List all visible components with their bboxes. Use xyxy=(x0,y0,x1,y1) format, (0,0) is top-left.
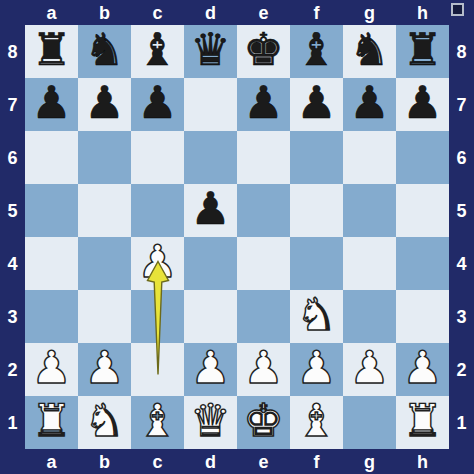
square-b1[interactable]: ♞ xyxy=(78,396,131,449)
file-label-h: h xyxy=(396,449,449,474)
white-pawn-f2: ♟ xyxy=(296,341,336,394)
square-f8[interactable]: ♝ xyxy=(290,25,343,78)
square-g8[interactable]: ♞ xyxy=(343,25,396,78)
square-f5[interactable] xyxy=(290,184,343,237)
square-h8[interactable]: ♜ xyxy=(396,25,449,78)
file-label-h: h xyxy=(396,0,449,25)
square-a3[interactable] xyxy=(25,290,78,343)
rank-label-8: 8 xyxy=(449,25,474,78)
file-labels-top: abcdefgh xyxy=(25,0,449,25)
square-a7[interactable]: ♟ xyxy=(25,78,78,131)
black-pawn-g7: ♟ xyxy=(349,76,389,129)
square-h4[interactable] xyxy=(396,237,449,290)
rank-label-3: 3 xyxy=(0,290,25,343)
file-label-b: b xyxy=(78,449,131,474)
white-queen-d1: ♛ xyxy=(190,394,230,447)
black-rook-h8: ♜ xyxy=(402,23,442,76)
square-h2[interactable]: ♟ xyxy=(396,343,449,396)
square-f1[interactable]: ♝ xyxy=(290,396,343,449)
square-g1[interactable] xyxy=(343,396,396,449)
white-rook-a1: ♜ xyxy=(31,394,71,447)
black-bishop-c8: ♝ xyxy=(137,23,177,76)
white-pawn-b2: ♟ xyxy=(84,341,124,394)
black-king-e8: ♚ xyxy=(243,23,283,76)
file-label-g: g xyxy=(343,449,396,474)
square-a6[interactable] xyxy=(25,131,78,184)
black-queen-d8: ♛ xyxy=(190,23,230,76)
square-b6[interactable] xyxy=(78,131,131,184)
file-label-b: b xyxy=(78,0,131,25)
white-knight-b1: ♞ xyxy=(84,394,124,447)
rank-label-2: 2 xyxy=(449,343,474,396)
white-bishop-c1: ♝ xyxy=(137,394,177,447)
square-f6[interactable] xyxy=(290,131,343,184)
file-label-g: g xyxy=(343,0,396,25)
square-c7[interactable]: ♟ xyxy=(131,78,184,131)
square-b7[interactable]: ♟ xyxy=(78,78,131,131)
white-pawn-d2: ♟ xyxy=(190,341,230,394)
square-b3[interactable] xyxy=(78,290,131,343)
white-pawn-e2: ♟ xyxy=(243,341,283,394)
file-label-c: c xyxy=(131,0,184,25)
black-knight-b8: ♞ xyxy=(84,23,124,76)
square-d8[interactable]: ♛ xyxy=(184,25,237,78)
square-e4[interactable] xyxy=(237,237,290,290)
black-pawn-d5: ♟ xyxy=(190,182,230,235)
square-d4[interactable] xyxy=(184,237,237,290)
square-e6[interactable] xyxy=(237,131,290,184)
chess-board[interactable]: ♜♞♝♛♚♝♞♜♟♟♟♟♟♟♟♟♟♞♟♟♟♟♟♟♟♜♞♝♛♚♝♜ xyxy=(25,25,449,449)
square-d7[interactable] xyxy=(184,78,237,131)
square-h7[interactable]: ♟ xyxy=(396,78,449,131)
square-g4[interactable] xyxy=(343,237,396,290)
square-h5[interactable] xyxy=(396,184,449,237)
square-c1[interactable]: ♝ xyxy=(131,396,184,449)
rank-label-6: 6 xyxy=(0,131,25,184)
square-d1[interactable]: ♛ xyxy=(184,396,237,449)
square-d6[interactable] xyxy=(184,131,237,184)
square-h6[interactable] xyxy=(396,131,449,184)
white-pawn-h2: ♟ xyxy=(402,341,442,394)
square-b4[interactable] xyxy=(78,237,131,290)
square-g2[interactable]: ♟ xyxy=(343,343,396,396)
square-a2[interactable]: ♟ xyxy=(25,343,78,396)
square-g5[interactable] xyxy=(343,184,396,237)
black-pawn-c7: ♟ xyxy=(137,76,177,129)
square-f2[interactable]: ♟ xyxy=(290,343,343,396)
black-pawn-a7: ♟ xyxy=(31,76,71,129)
square-e8[interactable]: ♚ xyxy=(237,25,290,78)
file-label-f: f xyxy=(290,449,343,474)
square-d2[interactable]: ♟ xyxy=(184,343,237,396)
file-label-e: e xyxy=(237,449,290,474)
file-labels-bottom: abcdefgh xyxy=(25,449,449,474)
square-h3[interactable] xyxy=(396,290,449,343)
white-rook-h1: ♜ xyxy=(402,394,442,447)
square-f4[interactable] xyxy=(290,237,343,290)
square-a5[interactable] xyxy=(25,184,78,237)
rank-label-4: 4 xyxy=(449,237,474,290)
file-label-d: d xyxy=(184,449,237,474)
black-pawn-b7: ♟ xyxy=(84,76,124,129)
black-rook-a8: ♜ xyxy=(31,23,71,76)
square-d5[interactable]: ♟ xyxy=(184,184,237,237)
rank-labels-left: 87654321 xyxy=(0,25,25,449)
rank-label-5: 5 xyxy=(0,184,25,237)
square-b5[interactable] xyxy=(78,184,131,237)
square-g7[interactable]: ♟ xyxy=(343,78,396,131)
rank-label-6: 6 xyxy=(449,131,474,184)
black-pawn-e7: ♟ xyxy=(243,76,283,129)
file-label-f: f xyxy=(290,0,343,25)
black-pawn-f7: ♟ xyxy=(296,76,336,129)
square-d3[interactable] xyxy=(184,290,237,343)
white-bishop-f1: ♝ xyxy=(296,394,336,447)
square-c6[interactable] xyxy=(131,131,184,184)
square-a4[interactable] xyxy=(25,237,78,290)
square-e2[interactable]: ♟ xyxy=(237,343,290,396)
square-c8[interactable]: ♝ xyxy=(131,25,184,78)
black-knight-g8: ♞ xyxy=(349,23,389,76)
square-c2[interactable] xyxy=(131,343,184,396)
square-a1[interactable]: ♜ xyxy=(25,396,78,449)
white-pawn-c4: ♟ xyxy=(137,235,177,288)
square-marker-icon xyxy=(451,3,464,16)
square-b2[interactable]: ♟ xyxy=(78,343,131,396)
square-a8[interactable]: ♜ xyxy=(25,25,78,78)
rank-label-7: 7 xyxy=(0,78,25,131)
square-g6[interactable] xyxy=(343,131,396,184)
square-e5[interactable] xyxy=(237,184,290,237)
rank-label-7: 7 xyxy=(449,78,474,131)
rank-label-3: 3 xyxy=(449,290,474,343)
file-label-a: a xyxy=(25,449,78,474)
white-knight-f3: ♞ xyxy=(296,288,336,341)
square-c4[interactable]: ♟ xyxy=(131,237,184,290)
rank-labels-right: 87654321 xyxy=(449,25,474,449)
square-c5[interactable] xyxy=(131,184,184,237)
black-bishop-f8: ♝ xyxy=(296,23,336,76)
white-pawn-g2: ♟ xyxy=(349,341,389,394)
square-h1[interactable]: ♜ xyxy=(396,396,449,449)
square-b8[interactable]: ♞ xyxy=(78,25,131,78)
chess-board-frame: abcdefgh abcdefgh 87654321 87654321 ♜♞♝♛… xyxy=(0,0,474,474)
rank-label-1: 1 xyxy=(0,396,25,449)
square-e3[interactable] xyxy=(237,290,290,343)
rank-label-8: 8 xyxy=(0,25,25,78)
square-f3[interactable]: ♞ xyxy=(290,290,343,343)
file-label-d: d xyxy=(184,0,237,25)
white-king-e1: ♚ xyxy=(243,394,283,447)
rank-label-2: 2 xyxy=(0,343,25,396)
square-e7[interactable]: ♟ xyxy=(237,78,290,131)
square-g3[interactable] xyxy=(343,290,396,343)
rank-label-1: 1 xyxy=(449,396,474,449)
file-label-c: c xyxy=(131,449,184,474)
rank-label-4: 4 xyxy=(0,237,25,290)
square-f7[interactable]: ♟ xyxy=(290,78,343,131)
square-c3[interactable] xyxy=(131,290,184,343)
file-label-a: a xyxy=(25,0,78,25)
rank-label-5: 5 xyxy=(449,184,474,237)
square-e1[interactable]: ♚ xyxy=(237,396,290,449)
file-label-e: e xyxy=(237,0,290,25)
black-pawn-h7: ♟ xyxy=(402,76,442,129)
white-pawn-a2: ♟ xyxy=(31,341,71,394)
